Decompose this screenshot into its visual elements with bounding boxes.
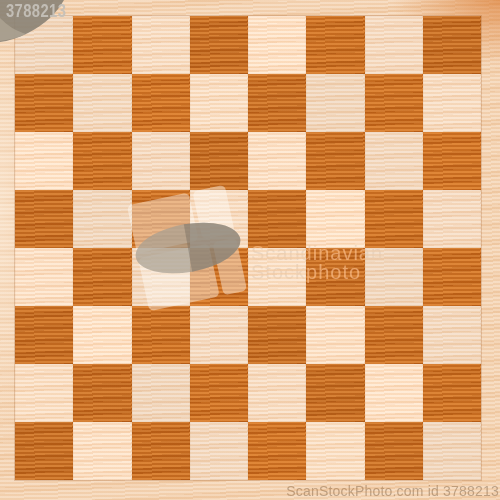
square-b8: [73, 16, 131, 74]
square-a2: [15, 364, 73, 422]
square-g5: [365, 190, 423, 248]
square-f8: [306, 16, 364, 74]
square-c1: [132, 422, 190, 480]
square-f3: [306, 306, 364, 364]
square-d2: [190, 364, 248, 422]
square-h7: [423, 74, 481, 132]
square-g8: [365, 16, 423, 74]
square-c2: [132, 364, 190, 422]
square-g7: [365, 74, 423, 132]
square-e3: [248, 306, 306, 364]
square-c4: [132, 248, 190, 306]
square-a4: [15, 248, 73, 306]
stock-photo-checkerboard: 3788213 Scandinavian Stockphoto ScanStoc…: [0, 0, 500, 500]
square-e5: [248, 190, 306, 248]
square-c8: [132, 16, 190, 74]
square-d1: [190, 422, 248, 480]
square-a3: [15, 306, 73, 364]
square-f1: [306, 422, 364, 480]
square-e2: [248, 364, 306, 422]
square-a1: [15, 422, 73, 480]
square-d8: [190, 16, 248, 74]
square-a6: [15, 132, 73, 190]
square-b1: [73, 422, 131, 480]
square-f6: [306, 132, 364, 190]
square-d3: [190, 306, 248, 364]
square-f7: [306, 74, 364, 132]
square-a7: [15, 74, 73, 132]
square-c3: [132, 306, 190, 364]
square-d6: [190, 132, 248, 190]
square-h6: [423, 132, 481, 190]
square-g6: [365, 132, 423, 190]
square-e6: [248, 132, 306, 190]
square-g1: [365, 422, 423, 480]
square-b6: [73, 132, 131, 190]
square-b5: [73, 190, 131, 248]
square-a8: [15, 16, 73, 74]
square-h1: [423, 422, 481, 480]
square-e4: [248, 248, 306, 306]
square-b3: [73, 306, 131, 364]
square-h3: [423, 306, 481, 364]
square-h4: [423, 248, 481, 306]
square-g2: [365, 364, 423, 422]
square-e8: [248, 16, 306, 74]
square-b2: [73, 364, 131, 422]
square-b4: [73, 248, 131, 306]
square-d4: [190, 248, 248, 306]
square-c5: [132, 190, 190, 248]
square-e1: [248, 422, 306, 480]
square-d5: [190, 190, 248, 248]
board: [15, 16, 481, 480]
square-h5: [423, 190, 481, 248]
square-b7: [73, 74, 131, 132]
square-c7: [132, 74, 190, 132]
square-f5: [306, 190, 364, 248]
square-f2: [306, 364, 364, 422]
square-c6: [132, 132, 190, 190]
square-h2: [423, 364, 481, 422]
square-e7: [248, 74, 306, 132]
square-g4: [365, 248, 423, 306]
square-g3: [365, 306, 423, 364]
square-d7: [190, 74, 248, 132]
square-h8: [423, 16, 481, 74]
square-f4: [306, 248, 364, 306]
square-a5: [15, 190, 73, 248]
